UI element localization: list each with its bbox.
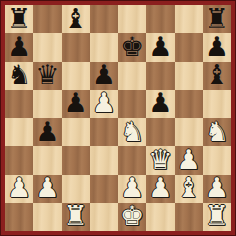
square-b6[interactable]: ♛ <box>33 62 61 90</box>
piece-white-pawn-b2[interactable]: ♟ <box>35 175 59 202</box>
square-g4[interactable] <box>175 118 203 146</box>
square-c2[interactable] <box>62 175 90 203</box>
square-b5[interactable] <box>33 90 61 118</box>
piece-black-pawn-c5[interactable]: ♟ <box>64 90 88 117</box>
square-g1[interactable] <box>175 203 203 231</box>
square-a2[interactable]: ♟ <box>5 175 33 203</box>
square-g5[interactable] <box>175 90 203 118</box>
piece-white-rook-c1[interactable]: ♜ <box>64 203 88 230</box>
piece-white-bishop-g2[interactable]: ♝ <box>177 175 201 202</box>
square-a8[interactable]: ♜ <box>5 5 33 33</box>
piece-black-knight-a6[interactable]: ♞ <box>7 62 31 89</box>
square-b8[interactable] <box>33 5 61 33</box>
square-c7[interactable] <box>62 33 90 61</box>
piece-white-pawn-g3[interactable]: ♟ <box>177 146 201 173</box>
square-e8[interactable] <box>118 5 146 33</box>
square-f8[interactable] <box>146 5 174 33</box>
piece-white-pawn-d5[interactable]: ♟ <box>92 90 116 117</box>
square-g3[interactable]: ♟ <box>175 146 203 174</box>
square-a5[interactable] <box>5 90 33 118</box>
square-e1[interactable]: ♚ <box>118 203 146 231</box>
square-e4[interactable]: ♞ <box>118 118 146 146</box>
chess-board: ♜♝♜♟♚♟♟♞♛♟♝♟♟♟♟♞♞♛♟♟♟♟♟♝♟♜♚♜ <box>5 5 231 231</box>
piece-black-king-e7[interactable]: ♚ <box>120 33 144 60</box>
square-h5[interactable] <box>203 90 231 118</box>
piece-white-knight-h4[interactable]: ♞ <box>205 118 229 145</box>
piece-white-pawn-e2[interactable]: ♟ <box>120 175 144 202</box>
square-g7[interactable] <box>175 33 203 61</box>
square-g2[interactable]: ♝ <box>175 175 203 203</box>
square-d8[interactable] <box>90 5 118 33</box>
square-b7[interactable] <box>33 33 61 61</box>
square-h4[interactable]: ♞ <box>203 118 231 146</box>
chess-board-frame: ♜♝♜♟♚♟♟♞♛♟♝♟♟♟♟♞♞♛♟♟♟♟♟♝♟♜♚♜ <box>0 0 236 236</box>
piece-white-pawn-f2[interactable]: ♟ <box>148 175 172 202</box>
square-h1[interactable]: ♜ <box>203 203 231 231</box>
square-f3[interactable]: ♛ <box>146 146 174 174</box>
square-f2[interactable]: ♟ <box>146 175 174 203</box>
square-b1[interactable] <box>33 203 61 231</box>
square-c8[interactable]: ♝ <box>62 5 90 33</box>
piece-black-rook-h8[interactable]: ♜ <box>205 5 229 32</box>
square-h8[interactable]: ♜ <box>203 5 231 33</box>
square-f7[interactable]: ♟ <box>146 33 174 61</box>
piece-white-queen-f3[interactable]: ♛ <box>148 146 172 173</box>
square-a1[interactable] <box>5 203 33 231</box>
square-d2[interactable] <box>90 175 118 203</box>
square-g8[interactable] <box>175 5 203 33</box>
square-d1[interactable] <box>90 203 118 231</box>
square-a3[interactable] <box>5 146 33 174</box>
piece-black-bishop-c8[interactable]: ♝ <box>64 5 88 32</box>
square-f5[interactable]: ♟ <box>146 90 174 118</box>
piece-black-pawn-a7[interactable]: ♟ <box>7 33 31 60</box>
square-e6[interactable] <box>118 62 146 90</box>
square-h2[interactable]: ♟ <box>203 175 231 203</box>
square-c6[interactable] <box>62 62 90 90</box>
square-c5[interactable]: ♟ <box>62 90 90 118</box>
square-d5[interactable]: ♟ <box>90 90 118 118</box>
piece-black-pawn-h7[interactable]: ♟ <box>205 33 229 60</box>
piece-white-king-e1[interactable]: ♚ <box>120 203 144 230</box>
square-d7[interactable] <box>90 33 118 61</box>
square-e3[interactable] <box>118 146 146 174</box>
square-c1[interactable]: ♜ <box>62 203 90 231</box>
square-d4[interactable] <box>90 118 118 146</box>
square-g6[interactable] <box>175 62 203 90</box>
piece-white-pawn-h2[interactable]: ♟ <box>205 175 229 202</box>
piece-white-knight-e4[interactable]: ♞ <box>120 118 144 145</box>
piece-black-pawn-f7[interactable]: ♟ <box>148 33 172 60</box>
square-c4[interactable] <box>62 118 90 146</box>
piece-white-rook-h1[interactable]: ♜ <box>205 203 229 230</box>
piece-black-rook-a8[interactable]: ♜ <box>7 5 31 32</box>
piece-white-pawn-a2[interactable]: ♟ <box>7 175 31 202</box>
square-b4[interactable]: ♟ <box>33 118 61 146</box>
square-h7[interactable]: ♟ <box>203 33 231 61</box>
square-f6[interactable] <box>146 62 174 90</box>
square-h3[interactable] <box>203 146 231 174</box>
square-e5[interactable] <box>118 90 146 118</box>
square-f1[interactable] <box>146 203 174 231</box>
square-e2[interactable]: ♟ <box>118 175 146 203</box>
piece-black-queen-b6[interactable]: ♛ <box>35 62 59 89</box>
square-f4[interactable] <box>146 118 174 146</box>
square-e7[interactable]: ♚ <box>118 33 146 61</box>
square-d6[interactable]: ♟ <box>90 62 118 90</box>
square-b2[interactable]: ♟ <box>33 175 61 203</box>
piece-black-pawn-f5[interactable]: ♟ <box>148 90 172 117</box>
square-b3[interactable] <box>33 146 61 174</box>
square-a7[interactable]: ♟ <box>5 33 33 61</box>
square-d3[interactable] <box>90 146 118 174</box>
piece-black-bishop-h6[interactable]: ♝ <box>205 62 229 89</box>
piece-black-pawn-d6[interactable]: ♟ <box>92 62 116 89</box>
piece-black-pawn-b4[interactable]: ♟ <box>35 118 59 145</box>
square-c3[interactable] <box>62 146 90 174</box>
square-h6[interactable]: ♝ <box>203 62 231 90</box>
square-a6[interactable]: ♞ <box>5 62 33 90</box>
square-a4[interactable] <box>5 118 33 146</box>
